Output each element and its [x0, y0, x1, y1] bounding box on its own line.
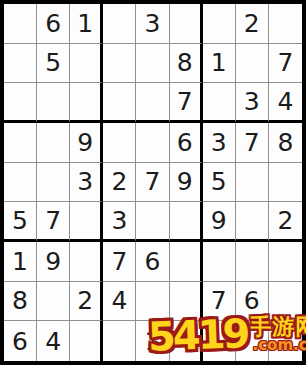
cell-r2c6: 8 — [170, 44, 203, 84]
cell-r6c3[interactable] — [70, 202, 103, 242]
cell-r9c1: 6 — [4, 321, 37, 361]
cell-r8c3: 2 — [70, 282, 103, 322]
cell-r9c3[interactable] — [70, 321, 103, 361]
cell-r2c5[interactable] — [136, 44, 169, 84]
cell-r4c4[interactable] — [103, 123, 136, 163]
cell-r5c1[interactable] — [4, 163, 37, 203]
cell-r2c4[interactable] — [103, 44, 136, 84]
cell-r3c5[interactable] — [136, 83, 169, 123]
cell-r2c8[interactable] — [236, 44, 269, 84]
cell-r4c9: 8 — [269, 123, 302, 163]
cell-r4c2[interactable] — [37, 123, 70, 163]
cell-r4c5[interactable] — [136, 123, 169, 163]
cell-r2c9: 7 — [269, 44, 302, 84]
cell-r8c2[interactable] — [37, 282, 70, 322]
cell-r1c9[interactable] — [269, 4, 302, 44]
cell-r4c8: 7 — [236, 123, 269, 163]
cell-r7c8[interactable] — [236, 242, 269, 282]
cell-r3c9: 4 — [269, 83, 302, 123]
cell-r1c7[interactable] — [203, 4, 236, 44]
cell-r4c7: 3 — [203, 123, 236, 163]
cell-r3c2[interactable] — [37, 83, 70, 123]
cell-r1c4[interactable] — [103, 4, 136, 44]
cell-r5c4: 2 — [103, 163, 136, 203]
cell-r5c6: 9 — [170, 163, 203, 203]
cell-r6c8[interactable] — [236, 202, 269, 242]
cell-r3c4[interactable] — [103, 83, 136, 123]
cell-r1c8: 2 — [236, 4, 269, 44]
cell-r6c9: 2 — [269, 202, 302, 242]
cell-r3c7[interactable] — [203, 83, 236, 123]
cell-r1c3: 1 — [70, 4, 103, 44]
cell-r7c2: 9 — [37, 242, 70, 282]
cell-r8c4: 4 — [103, 282, 136, 322]
cell-r7c7[interactable] — [203, 242, 236, 282]
cell-r3c3[interactable] — [70, 83, 103, 123]
cell-r5c2[interactable] — [37, 163, 70, 203]
cell-r8c1: 8 — [4, 282, 37, 322]
cell-r3c6: 7 — [170, 83, 203, 123]
cell-r1c1[interactable] — [4, 4, 37, 44]
cell-r9c2: 4 — [37, 321, 70, 361]
cell-r2c3[interactable] — [70, 44, 103, 84]
cell-r5c9[interactable] — [269, 163, 302, 203]
cell-r9c4[interactable] — [103, 321, 136, 361]
cell-r5c5: 7 — [136, 163, 169, 203]
cell-r4c6: 6 — [170, 123, 203, 163]
cell-r4c3: 9 — [70, 123, 103, 163]
cell-r7c9[interactable] — [269, 242, 302, 282]
cell-r6c5[interactable] — [136, 202, 169, 242]
cell-r1c2: 6 — [37, 4, 70, 44]
cell-r3c1[interactable] — [4, 83, 37, 123]
cell-r7c4: 7 — [103, 242, 136, 282]
cell-r4c1[interactable] — [4, 123, 37, 163]
cell-r3c8: 3 — [236, 83, 269, 123]
cell-r2c7: 1 — [203, 44, 236, 84]
cell-r5c3: 3 — [70, 163, 103, 203]
cell-r1c6[interactable] — [170, 4, 203, 44]
cell-r6c1: 5 — [4, 202, 37, 242]
cell-r5c8[interactable] — [236, 163, 269, 203]
sudoku-screenshot: 61325817734963783279557392197682476641 5… — [0, 0, 306, 365]
cell-r2c2: 5 — [37, 44, 70, 84]
cell-r7c6[interactable] — [170, 242, 203, 282]
cell-r7c5: 6 — [136, 242, 169, 282]
sudoku-board: 61325817734963783279557392197682476641 — [0, 0, 306, 365]
watermark-domain: .com.cn — [253, 337, 306, 353]
cell-r7c1: 1 — [4, 242, 37, 282]
cell-r6c4: 3 — [103, 202, 136, 242]
cell-r7c3[interactable] — [70, 242, 103, 282]
cell-r6c6[interactable] — [170, 202, 203, 242]
cell-r6c2: 7 — [37, 202, 70, 242]
cell-r1c5: 3 — [136, 4, 169, 44]
watermark: 5419 手游网 .com.cn — [148, 312, 306, 358]
watermark-right-column: 手游网 .com.cn — [249, 315, 306, 353]
cell-r5c7: 5 — [203, 163, 236, 203]
cell-r2c1[interactable] — [4, 44, 37, 84]
watermark-brand-text: 5419 — [147, 310, 248, 359]
cell-r6c7: 9 — [203, 202, 236, 242]
